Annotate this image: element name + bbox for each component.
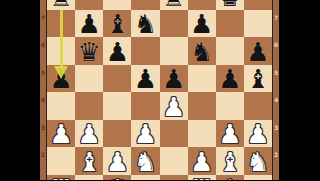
rank-label-right-7: 7 [273,10,279,38]
square-c7[interactable]: ♝ [103,10,131,38]
black-pawn-h6[interactable]: ♟ [246,38,269,64]
square-g2[interactable]: ♝ [216,147,244,175]
square-e5[interactable]: ♟ [160,65,188,93]
square-h2[interactable]: ♞ [244,147,272,175]
rank-label-left-2: 2 [40,147,46,175]
square-d3[interactable]: ♟ [131,120,159,148]
black-bishop-c7[interactable]: ♝ [106,11,129,37]
square-g3[interactable]: ♟ [216,120,244,148]
white-knight-h2[interactable]: ♞ [246,148,269,174]
square-f1[interactable]: ♜ [188,175,216,181]
move-arrow-head [54,66,68,79]
rank-label-left-1: 1 [40,175,46,181]
white-queen-c1[interactable]: ♛ [106,176,129,180]
square-d2[interactable]: ♞ [131,147,159,175]
square-c2[interactable]: ♟ [103,147,131,175]
square-c1[interactable]: ♛ [103,175,131,181]
white-pawn-c2[interactable]: ♟ [106,148,129,174]
square-e1[interactable] [160,175,188,181]
square-h8[interactable] [244,0,272,10]
square-g8[interactable]: ♚ [216,0,244,10]
square-h4[interactable] [244,92,272,120]
rank-label-right-3: 3 [273,120,279,148]
square-e8[interactable]: ♜ [160,0,188,10]
square-a4[interactable] [47,92,75,120]
black-pawn-c6[interactable]: ♟ [106,38,129,64]
square-d7[interactable]: ♞ [131,10,159,38]
square-e2[interactable] [160,147,188,175]
square-h5[interactable]: ♝ [244,65,272,93]
black-pawn-g5[interactable]: ♟ [218,66,241,92]
black-pawn-b7[interactable]: ♟ [78,11,101,37]
rank-label-right-2: 2 [273,147,279,175]
square-a3[interactable]: ♟ [47,120,75,148]
board-border-left: 87654321 [40,0,47,180]
rank-label-left-3: 3 [40,120,46,148]
rank-label-right-4: 4 [273,92,279,120]
square-h3[interactable]: ♟ [244,120,272,148]
black-rook-a8[interactable]: ♜ [49,0,72,9]
square-f5[interactable] [188,65,216,93]
square-g5[interactable]: ♟ [216,65,244,93]
board-squares: ♜♜♚♟♝♞♟♛♟♞♟♟♟♟♟♝♟♟♟♟♟♟♝♟♞♟♝♞♜♛♜♚ [47,0,272,180]
video-frame: 87654321 ♜♜♚♟♝♞♟♛♟♞♟♟♟♟♟♝♟♟♟♟♟♟♝♟♞♟♝♞♜♛♜… [0,0,320,180]
rank-label-right-5: 5 [273,65,279,93]
black-rook-e8[interactable]: ♜ [162,0,185,9]
rank-label-left-8: 8 [40,0,46,10]
rank-label-left-6: 6 [40,37,46,65]
black-pawn-e5[interactable]: ♟ [162,66,185,92]
white-pawn-b3[interactable]: ♟ [78,121,101,147]
white-pawn-d3[interactable]: ♟ [134,121,157,147]
square-a8[interactable]: ♜ [47,0,75,10]
rank-label-right-6: 6 [273,37,279,65]
square-f4[interactable] [188,92,216,120]
square-h7[interactable] [244,10,272,38]
black-king-g8[interactable]: ♚ [218,0,241,9]
square-h6[interactable]: ♟ [244,37,272,65]
black-knight-f6[interactable]: ♞ [190,38,213,64]
black-pawn-f7[interactable]: ♟ [190,11,213,37]
white-pawn-g3[interactable]: ♟ [218,121,241,147]
square-c6[interactable]: ♟ [103,37,131,65]
square-c4[interactable] [103,92,131,120]
black-knight-d7[interactable]: ♞ [134,11,157,37]
square-c5[interactable] [103,65,131,93]
move-arrow-shaft [60,10,63,68]
square-f6[interactable]: ♞ [188,37,216,65]
square-d4[interactable] [131,92,159,120]
square-e4[interactable]: ♟ [160,92,188,120]
white-bishop-g2[interactable]: ♝ [218,148,241,174]
white-bishop-b2[interactable]: ♝ [78,148,101,174]
rank-label-left-5: 5 [40,65,46,93]
black-pawn-d5[interactable]: ♟ [134,66,157,92]
square-b4[interactable] [75,92,103,120]
square-a2[interactable] [47,147,75,175]
square-b3[interactable]: ♟ [75,120,103,148]
square-g4[interactable] [216,92,244,120]
rank-label-right-8: 8 [273,0,279,10]
square-c3[interactable] [103,120,131,148]
square-f7[interactable]: ♟ [188,10,216,38]
square-d5[interactable]: ♟ [131,65,159,93]
square-g6[interactable] [216,37,244,65]
square-b5[interactable] [75,65,103,93]
square-b6[interactable]: ♛ [75,37,103,65]
rank-label-left-7: 7 [40,10,46,38]
square-a1[interactable]: ♜ [47,175,75,181]
square-g1[interactable]: ♚ [216,175,244,181]
square-f3[interactable] [188,120,216,148]
black-bishop-h5[interactable]: ♝ [246,66,269,92]
square-g7[interactable] [216,10,244,38]
white-pawn-a3[interactable]: ♟ [49,121,72,147]
square-d6[interactable] [131,37,159,65]
square-b7[interactable]: ♟ [75,10,103,38]
white-pawn-h3[interactable]: ♟ [246,121,269,147]
white-pawn-e4[interactable]: ♟ [162,93,185,119]
white-knight-d2[interactable]: ♞ [134,148,157,174]
rank-label-left-4: 4 [40,92,46,120]
square-b2[interactable]: ♝ [75,147,103,175]
white-rook-f1[interactable]: ♜ [190,176,213,180]
board-border-right: 87654321 [272,0,279,180]
white-rook-a1[interactable]: ♜ [49,176,72,180]
white-king-g1[interactable]: ♚ [218,176,241,180]
chess-board: 87654321 ♜♜♚♟♝♞♟♛♟♞♟♟♟♟♟♝♟♟♟♟♟♟♝♟♞♟♝♞♜♛♜… [40,0,279,180]
black-queen-b6[interactable]: ♛ [78,38,101,64]
white-pawn-f2[interactable]: ♟ [190,148,213,174]
square-e6[interactable] [160,37,188,65]
square-e3[interactable] [160,120,188,148]
square-e7[interactable] [160,10,188,38]
rank-label-right-1: 1 [273,175,279,181]
square-f2[interactable]: ♟ [188,147,216,175]
